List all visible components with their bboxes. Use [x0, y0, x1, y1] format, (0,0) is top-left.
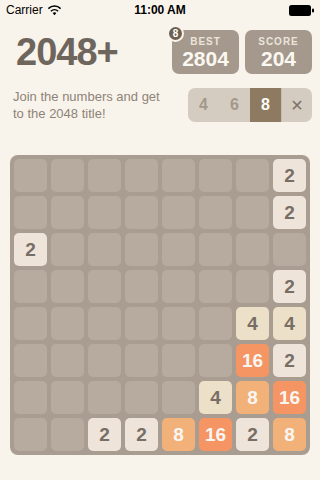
empty-cell-r6c3 — [88, 344, 121, 377]
empty-cell-r2c3 — [88, 196, 121, 229]
mode-selector: 468✕ — [188, 88, 312, 122]
empty-cell-r5c6 — [199, 307, 232, 340]
empty-cell-r2c1 — [14, 196, 47, 229]
empty-cell-r6c1 — [14, 344, 47, 377]
empty-cell-r1c2 — [51, 159, 84, 192]
empty-cell-r3c5 — [162, 233, 195, 266]
empty-cell-r1c3 — [88, 159, 121, 192]
empty-cell-r1c4 — [125, 159, 158, 192]
empty-cell-r3c2 — [51, 233, 84, 266]
mode-option-4[interactable]: 4 — [188, 88, 219, 122]
empty-cell-r1c5 — [162, 159, 195, 192]
empty-cell-r1c6 — [199, 159, 232, 192]
empty-cell-r1c1 — [14, 159, 47, 192]
empty-cell-r6c6 — [199, 344, 232, 377]
page-title: 2048+ — [16, 31, 118, 74]
empty-cell-r4c6 — [199, 270, 232, 303]
subtitle: Join the numbers and get to the 2048 tit… — [13, 88, 160, 122]
tile-8-r7c7: 8 — [236, 381, 269, 414]
empty-cell-r2c4 — [125, 196, 158, 229]
tile-4-r5c8: 4 — [273, 307, 306, 340]
tile-2-r2c8: 2 — [273, 196, 306, 229]
best-box: 8 BEST 2804 — [172, 30, 239, 74]
empty-cell-r5c4 — [125, 307, 158, 340]
game-board[interactable]: 22224416248162281628 — [10, 155, 310, 455]
tile-8-r8c5: 8 — [162, 418, 195, 451]
tile-4-r5c7: 4 — [236, 307, 269, 340]
tile-16-r7c8: 16 — [273, 381, 306, 414]
empty-cell-r4c5 — [162, 270, 195, 303]
mode-option-6[interactable]: 6 — [219, 88, 250, 122]
tile-2-r1c8: 2 — [273, 159, 306, 192]
tile-2-r6c8: 2 — [273, 344, 306, 377]
tile-2-r4c8: 2 — [273, 270, 306, 303]
empty-cell-r7c2 — [51, 381, 84, 414]
close-button[interactable]: ✕ — [281, 88, 312, 122]
empty-cell-r4c3 — [88, 270, 121, 303]
time-label: 11:00 AM — [96, 3, 224, 17]
empty-cell-r6c2 — [51, 344, 84, 377]
empty-cell-r8c1 — [14, 418, 47, 451]
empty-cell-r8c2 — [51, 418, 84, 451]
empty-cell-r5c2 — [51, 307, 84, 340]
score-value: 204 — [261, 48, 296, 70]
tile-16-r6c7: 16 — [236, 344, 269, 377]
empty-cell-r1c7 — [236, 159, 269, 192]
status-bar: Carrier 11:00 AM — [0, 0, 320, 20]
carrier-label: Carrier — [6, 3, 43, 17]
empty-cell-r2c2 — [51, 196, 84, 229]
mode-option-8[interactable]: 8 — [250, 88, 281, 122]
battery-icon — [289, 5, 314, 16]
empty-cell-r6c5 — [162, 344, 195, 377]
empty-cell-r7c1 — [14, 381, 47, 414]
tile-2-r8c3: 2 — [88, 418, 121, 451]
wifi-icon — [47, 5, 62, 16]
tile-2-r8c4: 2 — [125, 418, 158, 451]
empty-cell-r4c7 — [236, 270, 269, 303]
tile-8-r8c8: 8 — [273, 418, 306, 451]
empty-cell-r2c5 — [162, 196, 195, 229]
tile-2-r8c7: 2 — [236, 418, 269, 451]
empty-cell-r3c8 — [273, 233, 306, 266]
empty-cell-r4c1 — [14, 270, 47, 303]
empty-cell-r7c4 — [125, 381, 158, 414]
empty-cell-r4c2 — [51, 270, 84, 303]
empty-cell-r3c7 — [236, 233, 269, 266]
tile-4-r7c6: 4 — [199, 381, 232, 414]
empty-cell-r2c6 — [199, 196, 232, 229]
tile-2-r3c1: 2 — [14, 233, 47, 266]
header: 2048+ 8 BEST 2804 SCORE 204 — [0, 28, 320, 76]
empty-cell-r7c3 — [88, 381, 121, 414]
best-badge: 8 — [167, 25, 184, 42]
empty-cell-r2c7 — [236, 196, 269, 229]
empty-cell-r7c5 — [162, 381, 195, 414]
empty-cell-r5c1 — [14, 307, 47, 340]
empty-cell-r6c4 — [125, 344, 158, 377]
best-value: 2804 — [182, 48, 229, 70]
empty-cell-r3c4 — [125, 233, 158, 266]
score-box: SCORE 204 — [245, 30, 312, 74]
empty-cell-r3c3 — [88, 233, 121, 266]
empty-cell-r3c6 — [199, 233, 232, 266]
empty-cell-r5c3 — [88, 307, 121, 340]
tile-16-r8c6: 16 — [199, 418, 232, 451]
empty-cell-r4c4 — [125, 270, 158, 303]
empty-cell-r5c5 — [162, 307, 195, 340]
